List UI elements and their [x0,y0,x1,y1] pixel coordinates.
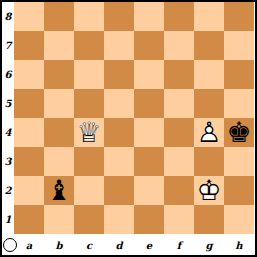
file-label-e: e [134,236,164,254]
square-c5 [74,89,104,118]
file-label-c: c [74,236,104,254]
square-d6 [104,60,134,89]
white-queen-outline: ♕ [74,118,104,147]
chess-diagram: 87654321 ♛♕♟♙♚♝♚♔ abcdefgh [0,0,257,257]
square-e7 [134,31,164,60]
square-f4 [164,118,194,147]
black-bishop: ♝ [44,176,74,205]
square-h4: ♚ [224,118,254,147]
square-c2 [74,176,104,205]
black-bishop-glyph: ♝ [44,176,74,205]
rank-label-5: 5 [2,89,14,118]
square-f3 [164,147,194,176]
square-d1 [104,205,134,234]
square-c4: ♛♕ [74,118,104,147]
white-pawn-outline: ♙ [194,118,224,147]
square-g5 [194,89,224,118]
file-label-b: b [44,236,74,254]
chess-board: ♛♕♟♙♚♝♚♔ [14,2,254,234]
rank-label-1: 1 [2,205,14,234]
square-c6 [74,60,104,89]
square-h6 [224,60,254,89]
square-g6 [194,60,224,89]
square-c8 [74,2,104,31]
rank-label-4: 4 [2,118,14,147]
square-c7 [74,31,104,60]
square-a8 [14,2,44,31]
square-f1 [164,205,194,234]
square-a4 [14,118,44,147]
square-d5 [104,89,134,118]
square-b5 [44,89,74,118]
file-label-g: g [194,236,224,254]
square-b2: ♝ [44,176,74,205]
square-a7 [14,31,44,60]
square-h7 [224,31,254,60]
black-king: ♚ [224,118,254,147]
square-b1 [44,205,74,234]
white-king: ♚♔ [194,176,224,205]
square-d8 [104,2,134,31]
square-g7 [194,31,224,60]
rank-label-2: 2 [2,176,14,205]
square-g2: ♚♔ [194,176,224,205]
square-h1 [224,205,254,234]
file-label-f: f [164,236,194,254]
square-e5 [134,89,164,118]
square-g3 [194,147,224,176]
square-e4 [134,118,164,147]
square-h3 [224,147,254,176]
rank-label-7: 7 [2,31,14,60]
file-label-d: d [104,236,134,254]
square-g1 [194,205,224,234]
square-f7 [164,31,194,60]
square-f8 [164,2,194,31]
square-b4 [44,118,74,147]
square-a3 [14,147,44,176]
rank-labels: 87654321 [2,2,14,234]
square-d4 [104,118,134,147]
square-d3 [104,147,134,176]
square-a2 [14,176,44,205]
square-f6 [164,60,194,89]
square-f2 [164,176,194,205]
square-a5 [14,89,44,118]
square-f5 [164,89,194,118]
white-queen: ♛♕ [74,118,104,147]
square-g4: ♟♙ [194,118,224,147]
square-b8 [44,2,74,31]
black-king-glyph: ♚ [224,118,254,147]
square-e2 [134,176,164,205]
square-g8 [194,2,224,31]
white-pawn: ♟♙ [194,118,224,147]
file-label-a: a [14,236,44,254]
rank-label-8: 8 [2,2,14,31]
file-label-h: h [224,236,254,254]
square-c1 [74,205,104,234]
square-a1 [14,205,44,234]
square-e1 [134,205,164,234]
file-labels: abcdefgh [14,236,254,254]
square-e6 [134,60,164,89]
square-b7 [44,31,74,60]
square-b3 [44,147,74,176]
square-h5 [224,89,254,118]
square-d7 [104,31,134,60]
square-a6 [14,60,44,89]
white-to-move-indicator [3,238,17,252]
square-h2 [224,176,254,205]
square-e3 [134,147,164,176]
square-c3 [74,147,104,176]
rank-label-6: 6 [2,60,14,89]
square-d2 [104,176,134,205]
square-h8 [224,2,254,31]
white-king-outline: ♔ [194,176,224,205]
square-b6 [44,60,74,89]
square-e8 [134,2,164,31]
rank-label-3: 3 [2,147,14,176]
